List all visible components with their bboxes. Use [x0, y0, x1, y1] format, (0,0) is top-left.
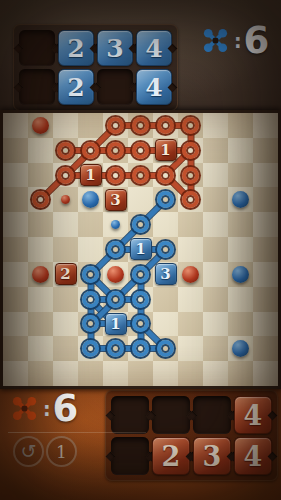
blue-node	[107, 340, 124, 357]
blue-tray-slot-empty	[97, 69, 133, 105]
red-counter-value: 6	[53, 390, 79, 427]
red-node	[32, 191, 49, 208]
red-ball-large	[32, 117, 49, 134]
red-node	[107, 142, 124, 159]
red-tray-tile-4[interactable]: 4	[234, 396, 272, 434]
blue-node	[82, 266, 99, 283]
blue-board-tile-3[interactable]: 3	[155, 263, 177, 285]
blue-tray-slot-empty	[19, 30, 55, 66]
blue-node	[132, 340, 149, 357]
red-node	[157, 167, 174, 184]
red-junction-icon	[10, 394, 39, 423]
blue-node	[157, 340, 174, 357]
blue-tray-tile-4[interactable]: 4	[136, 69, 172, 105]
blue-tray-slot: 4	[136, 69, 172, 105]
red-tray-slot-empty	[111, 396, 149, 434]
red-tray-tile-2[interactable]: 2	[152, 437, 190, 475]
blue-node	[82, 291, 99, 308]
red-ball-large	[182, 266, 199, 283]
red-node	[57, 167, 74, 184]
red-node	[107, 167, 124, 184]
blue-node	[157, 241, 174, 258]
turn-indicator-button[interactable]: 1	[46, 436, 77, 467]
red-node	[82, 142, 99, 159]
red-ball-large	[32, 266, 49, 283]
game-screen: 23424 : 6 1132131 : 6	[0, 0, 281, 500]
blue-board-tile-1[interactable]: 1	[130, 238, 152, 260]
blue-node	[132, 266, 149, 283]
blue-tray-tile-3[interactable]: 3	[97, 30, 133, 66]
red-ball-large	[107, 266, 124, 283]
board-pieces-overlay: 1132131	[3, 113, 278, 386]
red-board-tile-1[interactable]: 1	[155, 139, 177, 161]
red-node	[132, 167, 149, 184]
blue-counter-value: 6	[244, 22, 270, 59]
red-tray-slot-empty	[111, 437, 149, 475]
red-counter: : 6	[10, 390, 78, 427]
turn-indicator-label: 1	[56, 442, 67, 462]
undo-icon: ↺	[21, 442, 37, 461]
blue-tray-tile-2[interactable]: 2	[58, 30, 94, 66]
blue-counter: : 6	[201, 22, 269, 59]
red-node	[182, 167, 199, 184]
red-tray-tile-3[interactable]: 3	[193, 437, 231, 475]
red-node	[132, 117, 149, 134]
red-tray-slot-empty	[193, 396, 231, 434]
blue-ball-large	[82, 191, 99, 208]
counter-separator: :	[234, 30, 242, 52]
blue-tray-slot: 2	[58, 69, 94, 105]
red-node	[132, 142, 149, 159]
blue-node	[107, 291, 124, 308]
blue-tray-slot: 2	[58, 30, 94, 66]
blue-ball-large	[232, 191, 249, 208]
red-board-tile-3[interactable]: 3	[105, 189, 127, 211]
blue-node	[132, 291, 149, 308]
red-board-tile-1[interactable]: 1	[80, 164, 102, 186]
blue-node	[82, 340, 99, 357]
red-tray-slot: 2	[152, 437, 190, 475]
board-frame: 1132131	[0, 110, 281, 389]
counter-separator: :	[43, 398, 51, 420]
red-tray-slot: 4	[234, 396, 272, 434]
red-tray-slot: 4	[234, 437, 272, 475]
red-tray-slot: 3	[193, 437, 231, 475]
red-ball-small	[61, 195, 70, 204]
blue-tray-tile-2[interactable]: 2	[58, 69, 94, 105]
red-node	[182, 191, 199, 208]
red-board-tile-2[interactable]: 2	[55, 263, 77, 285]
red-node	[57, 142, 74, 159]
red-tray-slot-empty	[152, 396, 190, 434]
blue-board-tile-1[interactable]: 1	[105, 313, 127, 335]
blue-junction-icon	[201, 26, 230, 55]
blue-ball-large	[232, 340, 249, 357]
blue-tray-slot: 4	[136, 30, 172, 66]
blue-node	[82, 315, 99, 332]
red-tile-tray: 4234	[105, 390, 278, 481]
blue-node	[132, 216, 149, 233]
counter-divider	[8, 432, 146, 433]
red-node	[182, 142, 199, 159]
blue-tray-slot: 3	[97, 30, 133, 66]
red-tray-tile-4[interactable]: 4	[234, 437, 272, 475]
blue-ball-small	[111, 220, 120, 229]
undo-button[interactable]: ↺	[13, 436, 44, 467]
blue-tile-tray: 23424	[13, 24, 178, 111]
red-node	[182, 117, 199, 134]
blue-node	[157, 191, 174, 208]
blue-tray-tile-4[interactable]: 4	[136, 30, 172, 66]
blue-ball-large	[232, 266, 249, 283]
red-node	[157, 117, 174, 134]
blue-node	[107, 241, 124, 258]
red-node	[107, 117, 124, 134]
blue-tray-slot-empty	[19, 69, 55, 105]
